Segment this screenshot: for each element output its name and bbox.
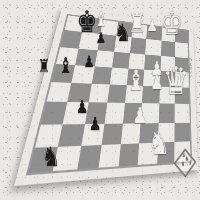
piece-black-knight-b1[interactable]: ♞ (42, 143, 61, 170)
piece-white-knight-g2[interactable]: ♞ (148, 127, 170, 159)
piece-black-rook-a5[interactable]: ♜ (38, 57, 51, 75)
piece-black-king-b8[interactable]: ♚ (77, 7, 98, 37)
piece-black-pawn-c6[interactable]: ♟ (96, 31, 106, 46)
piece-white-pawn-g4[interactable]: ♟ (150, 73, 163, 92)
piece-white-king-g7[interactable]: ♚ (161, 7, 183, 39)
piece-black-pawn-c5[interactable]: ♟ (83, 54, 94, 70)
piece-white-queen-h4[interactable]: ♛ (163, 62, 190, 100)
piece-black-pawn-c3[interactable]: ♟ (76, 98, 89, 116)
pieces-layer: ♚♛♜♝♝♞♟♟♟♟♚♜♝♞♞♟♟♟♟ (0, 0, 200, 200)
piece-white-pawn-f3[interactable]: ♟ (132, 105, 147, 127)
piece-black-bishop-b5[interactable]: ♝ (58, 55, 73, 77)
piece-black-pawn-d2[interactable]: ♟ (89, 115, 102, 133)
piece-black-knight-d7[interactable]: ♞ (115, 21, 132, 45)
piece-white-bishop-f4[interactable]: ♝ (126, 67, 146, 95)
piece-white-pawn-f7[interactable]: ♟ (146, 18, 157, 34)
table-surface: CHESS ♛♞♝♜ ♚♛♜♝♝♞♟♟♟♟♚♜♝♞♞♟♟♟♟ (0, 0, 200, 200)
